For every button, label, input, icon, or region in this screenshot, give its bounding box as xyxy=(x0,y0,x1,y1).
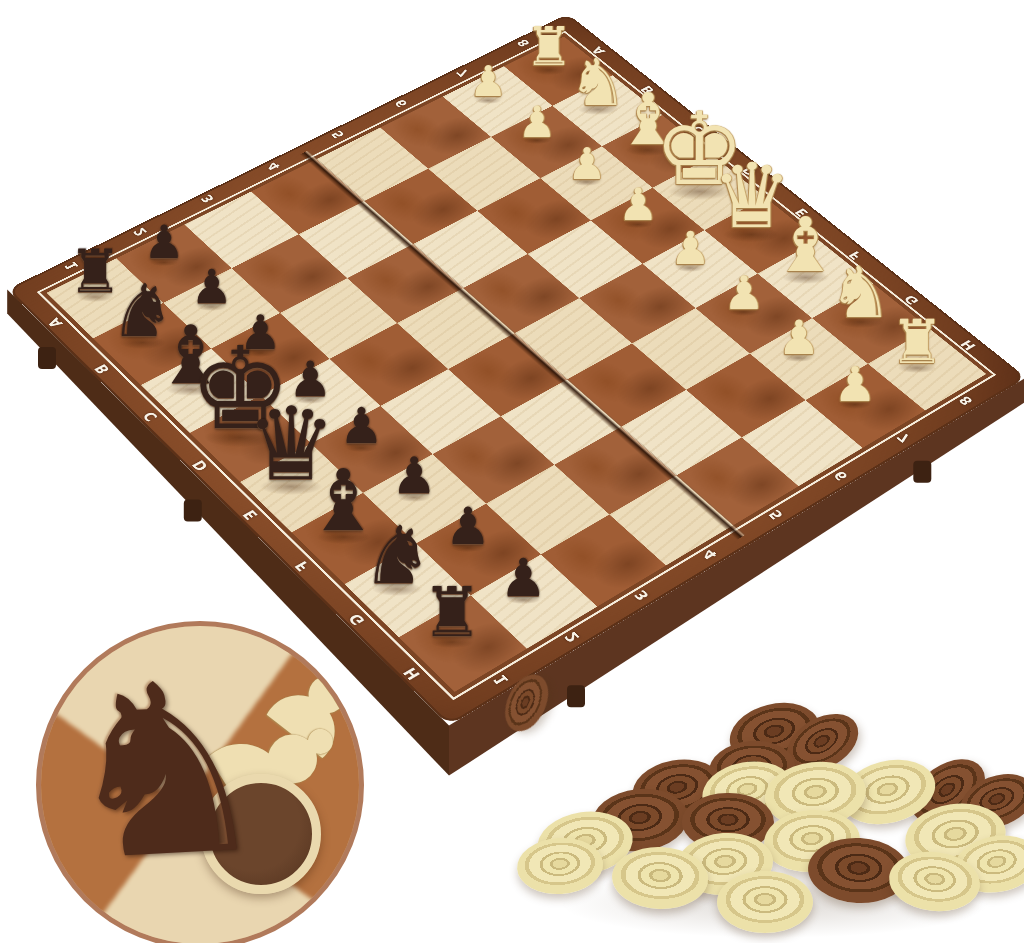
piece-white-R-h8[interactable]: ♜ xyxy=(887,312,947,372)
file-label-top-B: B xyxy=(92,362,112,375)
chess-piece-glyph: ♟ xyxy=(831,360,879,408)
file-label-top-E: E xyxy=(241,508,261,522)
chess-piece-glyph: ♟ xyxy=(668,226,713,271)
inset-closeup-circle: ♟ ♟ ♞ xyxy=(36,621,364,943)
piece-white-P-e7[interactable]: ♟ xyxy=(668,226,713,271)
file-label-top-G: G xyxy=(346,611,368,627)
checker-disc-cream[interactable] xyxy=(717,871,813,933)
file-label-top-C: C xyxy=(141,410,161,423)
chess-piece-glyph: ♟ xyxy=(141,220,187,266)
piece-white-P-c7[interactable]: ♟ xyxy=(565,142,609,186)
board-foot xyxy=(184,500,202,522)
file-label-top-D: D xyxy=(190,458,211,473)
piece-white-P-d7[interactable]: ♟ xyxy=(616,183,661,228)
piece-black-R-h1[interactable]: ♜ xyxy=(418,579,486,647)
chess-piece-glyph: ♜ xyxy=(418,579,486,647)
piece-white-P-h7[interactable]: ♟ xyxy=(831,360,879,408)
chess-piece-glyph: ♟ xyxy=(389,451,439,502)
chess-piece-glyph: ♟ xyxy=(616,183,661,228)
file-label-top-A: A xyxy=(45,316,65,329)
piece-black-P-e2[interactable]: ♟ xyxy=(337,402,387,452)
piece-black-P-a2[interactable]: ♟ xyxy=(141,220,187,266)
chess-piece-glyph: ♟ xyxy=(775,314,822,361)
piece-white-P-g7[interactable]: ♟ xyxy=(775,314,822,361)
board-foot xyxy=(567,685,585,707)
inset-knight-icon: ♞ xyxy=(53,649,277,896)
product-photo: AABBCCDDEEFFGGHH1122334455667788 ♜♟♞♟♝♟♚… xyxy=(0,0,1024,943)
piece-white-P-b7[interactable]: ♟ xyxy=(515,101,558,144)
piece-white-N-g8[interactable]: ♞ xyxy=(825,257,896,328)
chess-piece-glyph: ♟ xyxy=(515,101,558,144)
chess-piece-glyph: ♟ xyxy=(721,270,767,316)
board-foot xyxy=(38,347,56,369)
piece-black-P-b2[interactable]: ♟ xyxy=(188,264,235,311)
file-label-top-F: F xyxy=(293,559,313,573)
piece-white-P-f7[interactable]: ♟ xyxy=(721,270,767,316)
board-foot xyxy=(913,461,931,483)
chess-piece-glyph: ♟ xyxy=(467,61,509,103)
piece-white-P-a7[interactable]: ♟ xyxy=(467,61,509,103)
piece-black-P-g2[interactable]: ♟ xyxy=(442,501,493,552)
chess-piece-glyph: ♜ xyxy=(887,312,947,372)
chess-piece-glyph: ♟ xyxy=(442,501,493,552)
rank-label-left-4: 4 xyxy=(264,161,282,172)
piece-black-P-h2[interactable]: ♟ xyxy=(497,552,550,605)
rank-label-left-5: 5 xyxy=(329,129,347,140)
rank-label-left-3: 3 xyxy=(198,193,216,204)
chess-piece-glyph: ♟ xyxy=(188,264,235,311)
rank-label-left-6: 6 xyxy=(392,98,409,109)
chess-piece-glyph: ♟ xyxy=(565,142,609,186)
chess-piece-glyph: ♞ xyxy=(825,257,896,328)
chess-piece-glyph: ♟ xyxy=(337,402,387,452)
piece-black-P-f2[interactable]: ♟ xyxy=(389,451,439,502)
chess-piece-glyph: ♟ xyxy=(497,552,550,605)
